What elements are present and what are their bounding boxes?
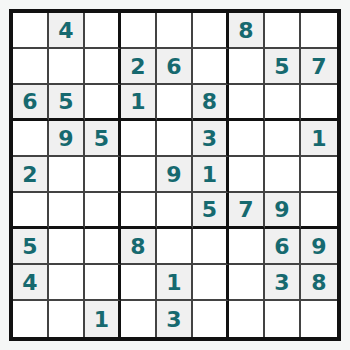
- cell-r2c3[interactable]: [85, 49, 121, 85]
- cell-r7c1: 5: [13, 229, 49, 265]
- cell-r9c2[interactable]: [49, 301, 85, 337]
- cell-r7c9: 9: [301, 229, 337, 265]
- cell-r8c6[interactable]: [193, 265, 229, 301]
- cell-r4c7[interactable]: [229, 121, 265, 157]
- cell-r1c8[interactable]: [265, 13, 301, 49]
- cell-r6c4[interactable]: [121, 193, 157, 229]
- cell-r8c5: 1: [157, 265, 193, 301]
- cell-r1c4[interactable]: [121, 13, 157, 49]
- cell-r7c6[interactable]: [193, 229, 229, 265]
- cell-r1c7: 8: [229, 13, 265, 49]
- cell-r1c1[interactable]: [13, 13, 49, 49]
- cell-r9c6[interactable]: [193, 301, 229, 337]
- cell-r5c3[interactable]: [85, 157, 121, 193]
- cell-r8c4[interactable]: [121, 265, 157, 301]
- cell-r7c3[interactable]: [85, 229, 121, 265]
- sudoku-page: 482657651895312915795869413813: [0, 0, 350, 350]
- cell-r8c2[interactable]: [49, 265, 85, 301]
- cell-r6c1[interactable]: [13, 193, 49, 229]
- cell-r1c9[interactable]: [301, 13, 337, 49]
- cell-r9c1[interactable]: [13, 301, 49, 337]
- cell-r5c6: 1: [193, 157, 229, 193]
- cell-r4c9: 1: [301, 121, 337, 157]
- cell-r6c3[interactable]: [85, 193, 121, 229]
- cell-r4c5[interactable]: [157, 121, 193, 157]
- cell-r3c1: 6: [13, 85, 49, 121]
- cell-r7c7[interactable]: [229, 229, 265, 265]
- cell-r2c8: 5: [265, 49, 301, 85]
- cell-r3c2: 5: [49, 85, 85, 121]
- cell-r5c7[interactable]: [229, 157, 265, 193]
- cell-r2c9: 7: [301, 49, 337, 85]
- cell-r4c3: 5: [85, 121, 121, 157]
- cell-r8c8: 3: [265, 265, 301, 301]
- cell-r3c8[interactable]: [265, 85, 301, 121]
- cell-r2c1[interactable]: [13, 49, 49, 85]
- cell-r6c8: 9: [265, 193, 301, 229]
- cell-r5c4[interactable]: [121, 157, 157, 193]
- cell-r9c9[interactable]: [301, 301, 337, 337]
- cell-r4c8[interactable]: [265, 121, 301, 157]
- cell-r6c7: 7: [229, 193, 265, 229]
- cell-r1c6[interactable]: [193, 13, 229, 49]
- cell-r3c3[interactable]: [85, 85, 121, 121]
- cell-r6c5[interactable]: [157, 193, 193, 229]
- cell-r6c2[interactable]: [49, 193, 85, 229]
- cell-r9c5: 3: [157, 301, 193, 337]
- sudoku-board: 482657651895312915795869413813: [9, 9, 341, 341]
- cell-r2c7[interactable]: [229, 49, 265, 85]
- cell-r5c1: 2: [13, 157, 49, 193]
- cell-r8c3[interactable]: [85, 265, 121, 301]
- cell-r8c9: 8: [301, 265, 337, 301]
- cell-r8c7[interactable]: [229, 265, 265, 301]
- cell-r2c5: 6: [157, 49, 193, 85]
- cell-r3c9[interactable]: [301, 85, 337, 121]
- cell-r1c5[interactable]: [157, 13, 193, 49]
- cell-r5c5: 9: [157, 157, 193, 193]
- cell-r5c9[interactable]: [301, 157, 337, 193]
- cell-r3c7[interactable]: [229, 85, 265, 121]
- cell-r2c6[interactable]: [193, 49, 229, 85]
- cell-r6c9[interactable]: [301, 193, 337, 229]
- cell-r7c2[interactable]: [49, 229, 85, 265]
- cell-r3c4: 1: [121, 85, 157, 121]
- cell-r4c1[interactable]: [13, 121, 49, 157]
- cell-r3c6: 8: [193, 85, 229, 121]
- cell-r9c7[interactable]: [229, 301, 265, 337]
- cell-r7c8: 6: [265, 229, 301, 265]
- cell-r7c4: 8: [121, 229, 157, 265]
- cell-r2c4: 2: [121, 49, 157, 85]
- cell-r5c8[interactable]: [265, 157, 301, 193]
- cell-r4c4[interactable]: [121, 121, 157, 157]
- cell-r9c4[interactable]: [121, 301, 157, 337]
- cell-r2c2[interactable]: [49, 49, 85, 85]
- cell-r7c5[interactable]: [157, 229, 193, 265]
- cell-r6c6: 5: [193, 193, 229, 229]
- cell-r3c5[interactable]: [157, 85, 193, 121]
- cell-r8c1: 4: [13, 265, 49, 301]
- cell-r1c2: 4: [49, 13, 85, 49]
- cell-r4c6: 3: [193, 121, 229, 157]
- cell-r9c8[interactable]: [265, 301, 301, 337]
- cell-r5c2[interactable]: [49, 157, 85, 193]
- cell-r1c3[interactable]: [85, 13, 121, 49]
- cell-r9c3: 1: [85, 301, 121, 337]
- cell-r4c2: 9: [49, 121, 85, 157]
